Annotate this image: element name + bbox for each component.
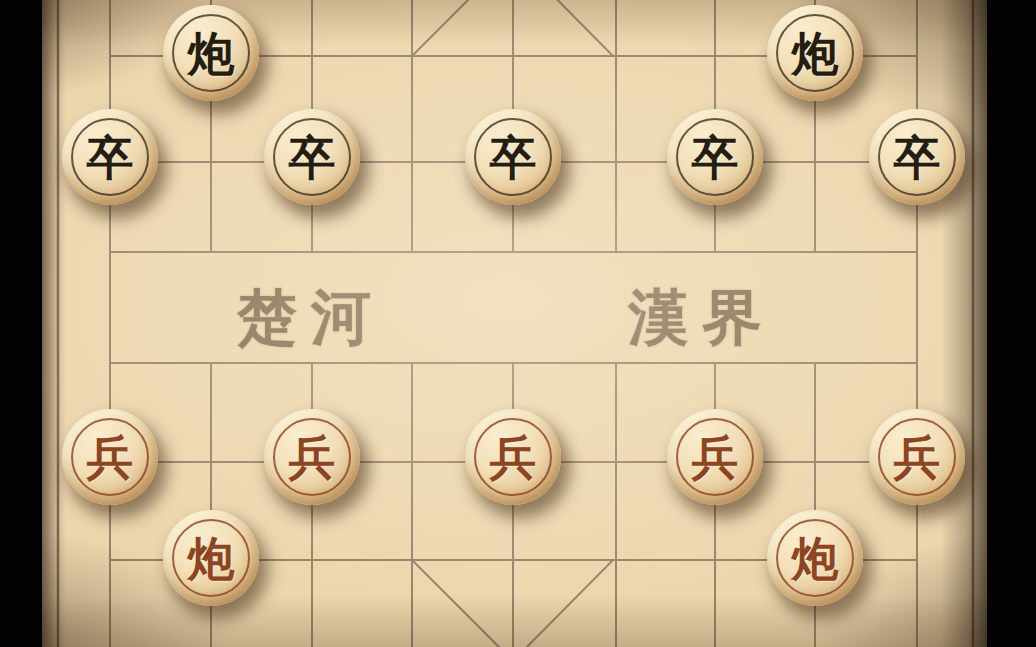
piece-glyph: 卒	[894, 134, 941, 181]
piece-glyph: 炮	[188, 535, 235, 582]
piece-glyph: 卒	[692, 134, 739, 181]
piece-black-cannon-right[interactable]: 炮	[767, 5, 863, 101]
letterbox-right	[987, 0, 1036, 647]
piece-red-cannon-left[interactable]: 炮	[163, 510, 259, 606]
piece-black-soldier-1[interactable]: 卒	[62, 109, 158, 205]
piece-red-soldier-5[interactable]: 兵	[869, 409, 965, 505]
piece-glyph: 兵	[894, 434, 941, 481]
piece-glyph: 炮	[188, 30, 235, 77]
piece-red-soldier-1[interactable]: 兵	[62, 409, 158, 505]
piece-black-soldier-3[interactable]: 卒	[465, 109, 561, 205]
piece-black-soldier-5[interactable]: 卒	[869, 109, 965, 205]
piece-black-cannon-left[interactable]: 炮	[163, 5, 259, 101]
piece-black-soldier-2[interactable]: 卒	[264, 109, 360, 205]
piece-glyph: 卒	[87, 134, 134, 181]
piece-glyph: 炮	[792, 30, 839, 77]
piece-glyph: 兵	[490, 434, 537, 481]
piece-glyph: 兵	[87, 434, 134, 481]
piece-glyph: 炮	[792, 535, 839, 582]
piece-glyph: 兵	[692, 434, 739, 481]
piece-red-cannon-right[interactable]: 炮	[767, 510, 863, 606]
piece-red-soldier-3[interactable]: 兵	[465, 409, 561, 505]
piece-red-soldier-4[interactable]: 兵	[667, 409, 763, 505]
piece-black-soldier-4[interactable]: 卒	[667, 109, 763, 205]
piece-glyph: 卒	[490, 134, 537, 181]
xiangqi-game-screen: 楚河 漢界 炮炮卒卒卒卒卒兵兵兵兵兵炮炮	[0, 0, 1036, 647]
piece-glyph: 兵	[289, 434, 336, 481]
letterbox-left	[0, 0, 42, 647]
pieces-layer: 炮炮卒卒卒卒卒兵兵兵兵兵炮炮	[0, 0, 1036, 647]
piece-red-soldier-2[interactable]: 兵	[264, 409, 360, 505]
piece-glyph: 卒	[289, 134, 336, 181]
